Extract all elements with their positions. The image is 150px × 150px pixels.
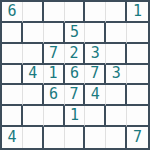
sudoku-board: 61572341673674147 [0, 0, 150, 150]
cell-r3c1[interactable] [2, 44, 23, 65]
cell-r5c7[interactable] [127, 85, 148, 106]
cell-r2c3[interactable] [44, 23, 65, 44]
cell-r4c2[interactable]: 4 [23, 65, 44, 86]
cell-r4c1[interactable] [2, 65, 23, 86]
cell-r7c2[interactable] [23, 127, 44, 148]
cell-r6c3[interactable] [44, 106, 65, 127]
cell-r2c5[interactable] [85, 23, 106, 44]
cell-r7c5[interactable] [85, 127, 106, 148]
cell-r2c2[interactable] [23, 23, 44, 44]
cell-r4c7[interactable] [127, 65, 148, 86]
cell-r1c6[interactable] [106, 2, 127, 23]
cell-r3c2[interactable] [23, 44, 44, 65]
cell-r2c1[interactable] [2, 23, 23, 44]
cell-r1c5[interactable] [85, 2, 106, 23]
cell-r1c3[interactable] [44, 2, 65, 23]
cell-r6c6[interactable] [106, 106, 127, 127]
cell-r3c3[interactable]: 7 [44, 44, 65, 65]
cell-r5c5[interactable]: 4 [85, 85, 106, 106]
cell-r2c6[interactable] [106, 23, 127, 44]
cell-r1c2[interactable] [23, 2, 44, 23]
cell-r7c7[interactable]: 7 [127, 127, 148, 148]
cell-r3c6[interactable] [106, 44, 127, 65]
cell-r1c4[interactable] [65, 2, 86, 23]
cell-r4c4[interactable]: 6 [65, 65, 86, 86]
cell-r7c1[interactable]: 4 [2, 127, 23, 148]
cell-r4c3[interactable]: 1 [44, 65, 65, 86]
cell-r1c7[interactable]: 1 [127, 2, 148, 23]
cell-r5c3[interactable]: 6 [44, 85, 65, 106]
cell-r3c7[interactable] [127, 44, 148, 65]
cell-r6c2[interactable] [23, 106, 44, 127]
cell-r5c1[interactable] [2, 85, 23, 106]
cell-r7c4[interactable] [65, 127, 86, 148]
cell-r6c1[interactable] [2, 106, 23, 127]
cell-r5c4[interactable]: 7 [65, 85, 86, 106]
cell-r3c4[interactable]: 2 [65, 44, 86, 65]
cell-r7c6[interactable] [106, 127, 127, 148]
cell-r4c6[interactable]: 3 [106, 65, 127, 86]
cell-r5c6[interactable] [106, 85, 127, 106]
cell-r6c4[interactable]: 1 [65, 106, 86, 127]
cell-r5c2[interactable] [23, 85, 44, 106]
cell-r6c7[interactable] [127, 106, 148, 127]
cell-r2c4[interactable]: 5 [65, 23, 86, 44]
cell-r7c3[interactable] [44, 127, 65, 148]
cell-r3c5[interactable]: 3 [85, 44, 106, 65]
cell-r6c5[interactable] [85, 106, 106, 127]
cell-r4c5[interactable]: 7 [85, 65, 106, 86]
cell-r2c7[interactable] [127, 23, 148, 44]
cell-r1c1[interactable]: 6 [2, 2, 23, 23]
